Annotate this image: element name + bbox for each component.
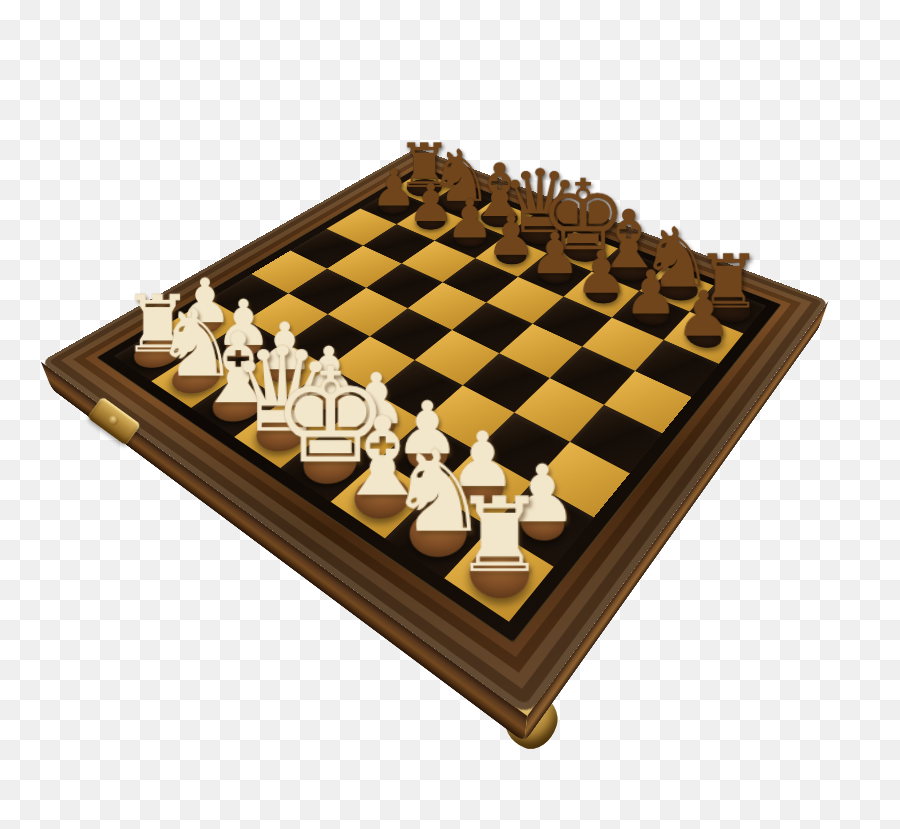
transparency-backdrop: ♜♞♝♛♚♝♞♜♟♟♟♟♟♟♟♟♟♟♟♟♟♟♟♟♜♞♝♛♚♝♞♜ bbox=[0, 0, 900, 829]
chess-board: ♜♞♝♛♚♝♞♜♟♟♟♟♟♟♟♟♟♟♟♟♟♟♟♟♜♞♝♛♚♝♞♜ bbox=[41, 148, 829, 716]
piece-black-pawn-h7[interactable]: ♟ bbox=[633, 283, 774, 346]
piece-white-rook-h1[interactable]: ♜ bbox=[405, 484, 594, 587]
